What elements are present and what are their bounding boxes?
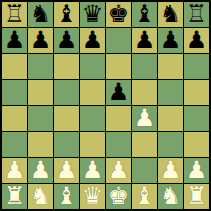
square-f7[interactable]: ♟ <box>132 28 157 53</box>
white-queen[interactable]: ♛ <box>82 184 104 208</box>
black-bishop[interactable]: ♝ <box>134 2 156 26</box>
square-d1[interactable]: ♛ <box>80 184 105 209</box>
black-pawn[interactable]: ♟ <box>56 28 78 52</box>
square-c1[interactable]: ♝ <box>54 184 79 209</box>
square-e6[interactable] <box>106 54 131 79</box>
square-a2[interactable]: ♟ <box>2 158 27 183</box>
black-pawn[interactable]: ♟ <box>4 28 26 52</box>
square-a7[interactable]: ♟ <box>2 28 27 53</box>
black-knight[interactable]: ♞ <box>30 2 52 26</box>
square-a5[interactable] <box>2 80 27 105</box>
square-h7[interactable]: ♟ <box>184 28 209 53</box>
white-knight[interactable]: ♞ <box>30 184 52 208</box>
white-pawn[interactable]: ♟ <box>186 158 208 182</box>
square-h5[interactable] <box>184 80 209 105</box>
square-e8[interactable]: ♚ <box>106 2 131 27</box>
square-b4[interactable] <box>28 106 53 131</box>
black-pawn[interactable]: ♟ <box>30 28 52 52</box>
square-d6[interactable] <box>80 54 105 79</box>
square-b5[interactable] <box>28 80 53 105</box>
white-bishop[interactable]: ♝ <box>134 184 156 208</box>
black-king[interactable]: ♚ <box>108 2 130 26</box>
black-bishop[interactable]: ♝ <box>56 2 78 26</box>
white-pawn[interactable]: ♟ <box>134 106 156 130</box>
white-pawn[interactable]: ♟ <box>56 158 78 182</box>
square-b3[interactable] <box>28 132 53 157</box>
square-h2[interactable]: ♟ <box>184 158 209 183</box>
square-d7[interactable]: ♟ <box>80 28 105 53</box>
square-c3[interactable] <box>54 132 79 157</box>
square-f3[interactable] <box>132 132 157 157</box>
square-e4[interactable] <box>106 106 131 131</box>
square-f8[interactable]: ♝ <box>132 2 157 27</box>
square-d5[interactable] <box>80 80 105 105</box>
white-king[interactable]: ♚ <box>108 184 130 208</box>
square-g1[interactable]: ♞ <box>158 184 183 209</box>
square-h4[interactable] <box>184 106 209 131</box>
square-f4[interactable]: ♟ <box>132 106 157 131</box>
square-h6[interactable] <box>184 54 209 79</box>
black-pawn[interactable]: ♟ <box>160 28 182 52</box>
square-b7[interactable]: ♟ <box>28 28 53 53</box>
square-a1[interactable]: ♜ <box>2 184 27 209</box>
square-a3[interactable] <box>2 132 27 157</box>
square-g7[interactable]: ♟ <box>158 28 183 53</box>
square-f5[interactable] <box>132 80 157 105</box>
white-pawn[interactable]: ♟ <box>160 158 182 182</box>
square-d4[interactable] <box>80 106 105 131</box>
white-knight[interactable]: ♞ <box>160 184 182 208</box>
square-h8[interactable]: ♖ <box>184 2 209 27</box>
square-c8[interactable]: ♝ <box>54 2 79 27</box>
white-pawn[interactable]: ♟ <box>108 158 130 182</box>
square-d8[interactable]: ♛ <box>80 2 105 27</box>
black-pawn[interactable]: ♟ <box>108 80 130 104</box>
square-c4[interactable] <box>54 106 79 131</box>
black-pawn[interactable]: ♟ <box>186 28 208 52</box>
square-g8[interactable]: ♞ <box>158 2 183 27</box>
square-e1[interactable]: ♚ <box>106 184 131 209</box>
square-g3[interactable] <box>158 132 183 157</box>
square-c7[interactable]: ♟ <box>54 28 79 53</box>
square-d3[interactable] <box>80 132 105 157</box>
white-rook[interactable]: ♜ <box>186 184 208 208</box>
black-pawn[interactable]: ♟ <box>82 28 104 52</box>
black-rook[interactable]: ♖ <box>186 2 208 26</box>
white-pawn[interactable]: ♟ <box>4 158 26 182</box>
black-pawn[interactable]: ♟ <box>134 28 156 52</box>
white-pawn[interactable]: ♟ <box>30 158 52 182</box>
square-a4[interactable] <box>2 106 27 131</box>
square-e3[interactable] <box>106 132 131 157</box>
square-g4[interactable] <box>158 106 183 131</box>
square-e5[interactable]: ♟ <box>106 80 131 105</box>
square-b8[interactable]: ♞ <box>28 2 53 27</box>
square-a8[interactable]: ♖ <box>2 2 27 27</box>
white-bishop[interactable]: ♝ <box>56 184 78 208</box>
square-g5[interactable] <box>158 80 183 105</box>
square-g2[interactable]: ♟ <box>158 158 183 183</box>
square-h1[interactable]: ♜ <box>184 184 209 209</box>
square-b1[interactable]: ♞ <box>28 184 53 209</box>
square-f1[interactable]: ♝ <box>132 184 157 209</box>
square-d2[interactable]: ♟ <box>80 158 105 183</box>
square-a6[interactable] <box>2 54 27 79</box>
square-b6[interactable] <box>28 54 53 79</box>
black-knight[interactable]: ♞ <box>160 2 182 26</box>
black-rook[interactable]: ♖ <box>4 2 26 26</box>
square-f6[interactable] <box>132 54 157 79</box>
white-pawn[interactable]: ♟ <box>82 158 104 182</box>
square-c5[interactable] <box>54 80 79 105</box>
square-h3[interactable] <box>184 132 209 157</box>
square-b2[interactable]: ♟ <box>28 158 53 183</box>
black-queen[interactable]: ♛ <box>82 2 104 26</box>
square-e7[interactable] <box>106 28 131 53</box>
square-e2[interactable]: ♟ <box>106 158 131 183</box>
square-g6[interactable] <box>158 54 183 79</box>
square-c6[interactable] <box>54 54 79 79</box>
square-c2[interactable]: ♟ <box>54 158 79 183</box>
square-f2[interactable] <box>132 158 157 183</box>
chess-board: ♖♞♝♛♚♝♞♖♟♟♟♟♟♟♟♟♟♟♟♟♟♟♟♟♜♞♝♛♚♝♞♜ <box>0 0 211 211</box>
white-rook[interactable]: ♜ <box>4 184 26 208</box>
